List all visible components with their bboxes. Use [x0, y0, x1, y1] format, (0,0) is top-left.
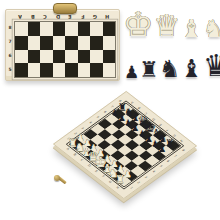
white-pieces-row: ♚♛♝♞♜♟ [123, 3, 219, 41]
lineup-piece-black-knight: ♞ [159, 57, 181, 81]
box-square-c5 [40, 63, 53, 77]
file-label: H [180, 139, 184, 142]
box-square-a6 [15, 50, 28, 64]
rank-label: 5 [8, 67, 11, 72]
rank-label: 8 [180, 149, 184, 152]
file-label: G [108, 181, 112, 184]
box-square-b5 [28, 63, 41, 77]
file-label: E [94, 170, 98, 173]
box-square-f7 [78, 36, 91, 50]
rank-label: 5 [158, 165, 162, 168]
black-pieces-row: ♟♜♞♝♛♚ [124, 44, 219, 81]
box-square-g6 [90, 50, 103, 64]
lineup-piece-white-queen: ♛ [153, 11, 180, 41]
box-square-h8 [103, 22, 116, 36]
lineup-piece-black-pawn: ♟ [124, 64, 139, 81]
box-square-a8 [15, 22, 28, 36]
brass-latch-knob [54, 175, 60, 181]
box-square-d7 [53, 36, 66, 50]
file-label: H [105, 14, 109, 19]
box-square-e6 [65, 50, 78, 64]
box-square-d8 [53, 22, 66, 36]
piece-white-rook: ♜ [116, 174, 125, 184]
file-label: B [31, 14, 35, 19]
box-square-a7 [15, 36, 28, 50]
lineup-piece-black-queen: ♛ [203, 51, 220, 81]
file-label: C [79, 159, 83, 162]
box-square-g5 [90, 63, 103, 77]
box-square-c8 [40, 22, 53, 36]
rank-label: 1 [129, 187, 133, 190]
box-square-g8 [90, 22, 103, 36]
file-label: G [173, 133, 177, 136]
lineup-piece-black-rook: ♜ [139, 59, 159, 81]
box-square-e5 [65, 63, 78, 77]
box-square-e7 [65, 36, 78, 50]
rank-label: 7 [173, 155, 177, 158]
rank-label: 7 [8, 39, 11, 44]
box-square-d5 [53, 63, 66, 77]
rank-label: 8 [8, 25, 11, 30]
file-label: E [159, 123, 163, 126]
lineup-piece-black-bishop: ♝ [181, 56, 203, 81]
file-label: A [18, 14, 22, 19]
file-label: D [87, 164, 91, 167]
lineup-piece-white-bishop: ♝ [180, 16, 202, 41]
box-square-f5 [78, 63, 91, 77]
lineup-piece-white-knight: ♞ [203, 17, 220, 41]
closed-chess-box: ABCDEFGH 8765 8765 [5, 9, 120, 81]
rank-label: 3 [144, 176, 148, 179]
closed-box-file-labels: ABCDEFGH [14, 12, 114, 21]
file-label: B [138, 106, 142, 109]
box-square-c7 [40, 36, 53, 50]
closed-box-half-board [14, 21, 116, 78]
file-label: H [115, 186, 119, 189]
box-square-f6 [78, 50, 91, 64]
file-label: A [131, 100, 135, 103]
box-square-f8 [78, 22, 91, 36]
rank-label: 2 [136, 181, 140, 184]
file-label: F [101, 175, 105, 178]
box-square-c6 [40, 50, 53, 64]
closed-box-rank-labels-left: 8765 [7, 21, 13, 76]
box-square-g7 [90, 36, 103, 50]
lineup-piece-white-king: ♚ [123, 7, 153, 41]
box-square-h6 [103, 50, 116, 64]
box-square-d6 [53, 50, 66, 64]
file-label: D [56, 14, 60, 19]
box-square-h5 [103, 63, 116, 77]
file-label: G [93, 14, 97, 19]
rank-label: 6 [166, 160, 170, 163]
file-label: C [43, 14, 47, 19]
rank-label: 6 [8, 53, 11, 58]
rank-label: 4 [151, 171, 155, 174]
box-square-b7 [28, 36, 41, 50]
box-square-e8 [65, 22, 78, 36]
open-board-grid: ♜♞♝♛♚♝♞♜♟♟♟♟♟♟♟♟♟♟♟♟♟♟♟♟♜♞♝♛♚♝♞♜ [68, 103, 181, 188]
box-square-b8 [28, 22, 41, 36]
box-square-a5 [15, 63, 28, 77]
open-chess-board: ABCDEFGH ABCDEFGH 87654321 87654321 ♜♞♝♛… [53, 91, 197, 199]
box-square-h7 [103, 36, 116, 50]
box-square-b6 [28, 50, 41, 64]
file-label: E [68, 14, 71, 19]
file-label: F [166, 128, 170, 131]
file-label: F [81, 14, 84, 19]
